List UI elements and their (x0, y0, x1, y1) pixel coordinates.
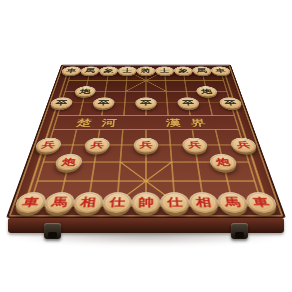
board-wood-frame: 楚河 漢界 車馬象士將士象馬車炮炮卒卒卒卒卒兵兵兵兵兵炮炮車馬相仕帥仕相馬車 (6, 65, 286, 218)
piece-red-soldier[interactable]: 兵 (229, 138, 258, 153)
piece-red-advisor[interactable]: 仕 (160, 192, 190, 213)
piece-red-soldier[interactable]: 兵 (34, 138, 63, 153)
piece-black-soldier[interactable]: 卒 (218, 97, 243, 108)
piece-red-cannon[interactable]: 炮 (54, 154, 83, 170)
board-playing-field: 楚河 漢界 車馬象士將士象馬車炮炮卒卒卒卒卒兵兵兵兵兵炮炮車馬相仕帥仕相馬車 (23, 69, 270, 207)
piece-red-general[interactable]: 帥 (131, 192, 161, 213)
piece-black-soldier[interactable]: 卒 (92, 97, 115, 108)
xiangqi-board: 楚河 漢界 車馬象士將士象馬車炮炮卒卒卒卒卒兵兵兵兵兵炮炮車馬相仕帥仕相馬車 (6, 65, 286, 218)
piece-black-chariot[interactable]: 車 (210, 67, 231, 76)
piece-black-cannon[interactable]: 炮 (196, 86, 219, 96)
piece-red-soldier[interactable]: 兵 (182, 138, 209, 153)
piece-black-advisor[interactable]: 士 (155, 67, 174, 76)
piece-black-elephant[interactable]: 象 (99, 67, 119, 76)
piece-black-general[interactable]: 將 (137, 67, 156, 76)
piece-black-cannon[interactable]: 炮 (74, 86, 97, 96)
piece-red-elephant[interactable]: 相 (188, 192, 220, 213)
piece-red-horse[interactable]: 馬 (216, 192, 250, 213)
product-photo-scene: 楚河 漢界 車馬象士將士象馬車炮炮卒卒卒卒卒兵兵兵兵兵炮炮車馬相仕帥仕相馬車 (0, 0, 292, 292)
piece-black-elephant[interactable]: 象 (173, 67, 193, 76)
piece-black-horse[interactable]: 馬 (192, 67, 213, 76)
pieces-grid: 車馬象士將士象馬車炮炮卒卒卒卒卒兵兵兵兵兵炮炮車馬相仕帥仕相馬車 (12, 66, 279, 214)
piece-red-soldier[interactable]: 兵 (134, 138, 159, 153)
piece-red-cannon[interactable]: 炮 (209, 154, 238, 170)
piece-black-advisor[interactable]: 士 (118, 67, 137, 76)
piece-red-chariot[interactable]: 車 (244, 192, 279, 213)
piece-red-elephant[interactable]: 相 (72, 192, 104, 213)
piece-black-chariot[interactable]: 車 (61, 67, 82, 76)
piece-red-advisor[interactable]: 仕 (102, 192, 132, 213)
piece-red-horse[interactable]: 馬 (42, 192, 76, 213)
piece-red-soldier[interactable]: 兵 (84, 138, 111, 153)
piece-black-horse[interactable]: 馬 (80, 67, 101, 76)
piece-black-soldier[interactable]: 卒 (49, 97, 74, 108)
piece-black-soldier[interactable]: 卒 (135, 97, 157, 108)
latch-clasp-left (44, 223, 61, 239)
piece-black-soldier[interactable]: 卒 (177, 97, 200, 108)
piece-red-chariot[interactable]: 車 (13, 192, 48, 213)
latch-clasp-right (231, 223, 248, 239)
